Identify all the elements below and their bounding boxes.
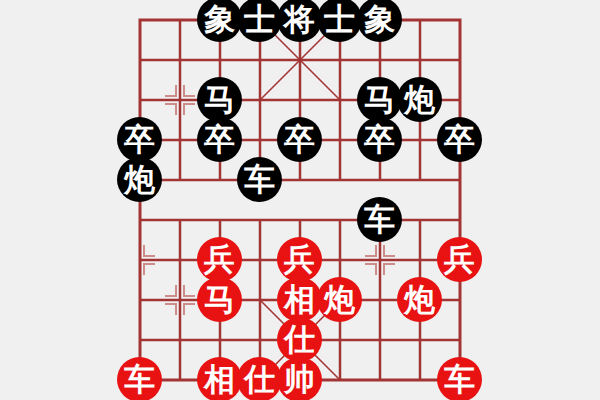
point-marker xyxy=(164,84,196,116)
point-marker xyxy=(164,284,196,316)
piece-black-rook[interactable]: 车 xyxy=(357,197,402,242)
piece-red-rook[interactable]: 车 xyxy=(437,357,482,400)
piece-red-elephant[interactable]: 相 xyxy=(277,277,322,322)
marker-corner-br xyxy=(183,303,195,315)
piece-red-cannon[interactable]: 炮 xyxy=(317,277,362,322)
marker-corner-br xyxy=(183,103,195,115)
piece-red-cannon[interactable]: 炮 xyxy=(397,277,442,322)
piece-red-elephant[interactable]: 相 xyxy=(197,357,242,400)
point-marker xyxy=(124,244,156,276)
piece-black-pawn[interactable]: 卒 xyxy=(117,117,162,162)
piece-black-horse[interactable]: 马 xyxy=(357,77,402,122)
piece-black-cannon[interactable]: 炮 xyxy=(397,77,442,122)
marker-corner-tr xyxy=(383,245,395,257)
marker-corner-tl xyxy=(365,245,377,257)
piece-black-pawn[interactable]: 卒 xyxy=(357,117,402,162)
marker-corner-tl xyxy=(165,285,177,297)
piece-black-pawn[interactable]: 卒 xyxy=(277,117,322,162)
piece-red-pawn[interactable]: 兵 xyxy=(277,237,322,282)
marker-corner-br xyxy=(143,263,155,275)
piece-black-pawn[interactable]: 卒 xyxy=(437,117,482,162)
piece-red-pawn[interactable]: 兵 xyxy=(197,237,242,282)
marker-corner-tr xyxy=(143,245,155,257)
marker-corner-tr xyxy=(183,85,195,97)
piece-red-rook[interactable]: 车 xyxy=(117,357,162,400)
marker-corner-bl xyxy=(165,303,177,315)
piece-black-pawn[interactable]: 卒 xyxy=(197,117,242,162)
marker-corner-tl xyxy=(165,85,177,97)
piece-black-cannon[interactable]: 炮 xyxy=(117,157,162,202)
piece-red-advisor[interactable]: 仕 xyxy=(277,317,322,362)
marker-corner-bl xyxy=(165,103,177,115)
piece-red-horse[interactable]: 马 xyxy=(197,277,242,322)
piece-red-king[interactable]: 帅 xyxy=(277,357,322,400)
marker-corner-bl xyxy=(365,263,377,275)
marker-corner-tr xyxy=(183,285,195,297)
marker-corner-br xyxy=(383,263,395,275)
xiangqi-board[interactable]: 象士将士象马马炮卒卒卒卒卒炮车车兵兵兵马相炮炮仕车相仕帅车 xyxy=(0,0,600,400)
piece-black-horse[interactable]: 马 xyxy=(197,77,242,122)
piece-black-rook[interactable]: 车 xyxy=(237,157,282,202)
piece-red-pawn[interactable]: 兵 xyxy=(437,237,482,282)
piece-red-advisor[interactable]: 仕 xyxy=(237,357,282,400)
point-marker xyxy=(364,244,396,276)
